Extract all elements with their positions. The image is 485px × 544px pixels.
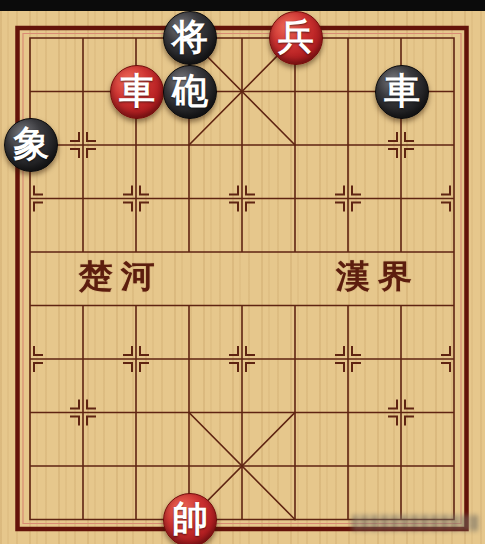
piece-black-elephant[interactable]: 象: [4, 118, 58, 172]
piece-black-cannon[interactable]: 砲: [163, 65, 217, 119]
game-screen: 楚河 漢界 将兵車砲車象帥: [0, 0, 485, 544]
piece-red-soldier[interactable]: 兵: [269, 11, 323, 65]
watermark-smudge: [352, 515, 479, 531]
piece-glyph: 砲: [172, 73, 208, 109]
piece-glyph: 象: [13, 126, 49, 162]
piece-glyph: 将: [172, 19, 208, 55]
piece-glyph: 車: [384, 73, 420, 109]
piece-red-general[interactable]: 帥: [163, 493, 217, 544]
xiangqi-board[interactable]: 将兵車砲車象帥: [4, 11, 481, 544]
piece-glyph: 車: [119, 73, 155, 109]
piece-black-general[interactable]: 将: [163, 11, 217, 65]
letterbox-bar: [0, 0, 485, 11]
piece-glyph: 兵: [278, 19, 314, 55]
piece-black-chariot[interactable]: 車: [375, 65, 429, 119]
piece-red-chariot[interactable]: 車: [110, 65, 164, 119]
piece-glyph: 帥: [172, 501, 208, 537]
